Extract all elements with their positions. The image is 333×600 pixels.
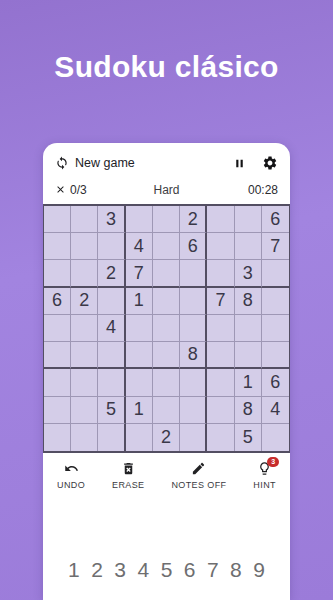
- grid-cell-r3c7[interactable]: [207, 260, 234, 287]
- grid-cell-r2c8[interactable]: [235, 233, 262, 260]
- grid-cell-r1c9[interactable]: 6: [262, 206, 289, 233]
- hint-button[interactable]: 3 HINT: [253, 461, 276, 490]
- grid-cell-r5c9[interactable]: [262, 315, 289, 342]
- grid-cell-r8c5[interactable]: [153, 397, 180, 424]
- numpad-digit-5[interactable]: 5: [161, 555, 173, 585]
- new-game-button[interactable]: New game: [55, 156, 135, 170]
- difficulty-label: Hard: [43, 183, 290, 197]
- undo-label: UNDO: [57, 480, 85, 490]
- grid-cell-r4c9[interactable]: [262, 288, 289, 315]
- grid-cell-r7c3[interactable]: [98, 369, 125, 396]
- grid-cell-r1c6[interactable]: 2: [180, 206, 207, 233]
- grid-cell-r5c4[interactable]: [126, 315, 153, 342]
- grid-cell-r9c5[interactable]: 2: [153, 424, 180, 451]
- grid-cell-r2c9[interactable]: 7: [262, 233, 289, 260]
- game-card: New game 0/3 Hard 00:28 326467: [43, 143, 290, 600]
- undo-button[interactable]: UNDO: [57, 461, 85, 490]
- grid-cell-r3c8[interactable]: 3: [235, 260, 262, 287]
- grid-cell-r4c5[interactable]: [153, 288, 180, 315]
- grid-cell-r2c7[interactable]: [207, 233, 234, 260]
- grid-cell-r9c2[interactable]: [71, 424, 98, 451]
- numpad-digit-6[interactable]: 6: [184, 555, 196, 585]
- grid-cell-r3c9[interactable]: [262, 260, 289, 287]
- new-game-label: New game: [75, 156, 135, 170]
- grid-cell-r4c8[interactable]: 8: [235, 288, 262, 315]
- page-title: Sudoku clásico: [0, 50, 333, 84]
- grid-cell-r8c1[interactable]: [44, 397, 71, 424]
- grid-cell-r8c9[interactable]: 4: [262, 397, 289, 424]
- erase-icon: [121, 461, 136, 476]
- numpad-digit-4[interactable]: 4: [137, 555, 149, 585]
- grid-cell-r8c7[interactable]: [207, 397, 234, 424]
- numpad-digit-3[interactable]: 3: [114, 555, 126, 585]
- grid-cell-r9c8[interactable]: 5: [235, 424, 262, 451]
- grid-cell-r6c7[interactable]: [207, 342, 234, 369]
- grid-cell-r4c7[interactable]: 7: [207, 288, 234, 315]
- grid-cell-r6c6[interactable]: 8: [180, 342, 207, 369]
- grid-cell-r5c3[interactable]: 4: [98, 315, 125, 342]
- grid-cell-r1c7[interactable]: [207, 206, 234, 233]
- grid-cell-r4c3[interactable]: [98, 288, 125, 315]
- grid-cell-r5c1[interactable]: [44, 315, 71, 342]
- grid-cell-r6c8[interactable]: [235, 342, 262, 369]
- grid-cell-r1c8[interactable]: [235, 206, 262, 233]
- grid-cell-r6c3[interactable]: [98, 342, 125, 369]
- grid-cell-r7c9[interactable]: 6: [262, 369, 289, 396]
- sudoku-grid: 326467273621784816518425: [43, 204, 290, 453]
- grid-cell-r4c2[interactable]: 2: [71, 288, 98, 315]
- grid-cell-r1c5[interactable]: [153, 206, 180, 233]
- grid-cell-r9c9[interactable]: [262, 424, 289, 451]
- grid-cell-r6c5[interactable]: [153, 342, 180, 369]
- notes-label: NOTES OFF: [171, 480, 226, 490]
- grid-cell-r1c2[interactable]: [71, 206, 98, 233]
- grid-cell-r3c3[interactable]: 2: [98, 260, 125, 287]
- status-bar: 0/3 Hard 00:28: [43, 179, 290, 200]
- grid-cell-r9c7[interactable]: [207, 424, 234, 451]
- numpad-digit-8[interactable]: 8: [230, 555, 242, 585]
- lightbulb-icon: 3: [257, 461, 272, 476]
- settings-gear-icon[interactable]: [262, 155, 278, 171]
- top-bar: New game: [43, 143, 290, 175]
- hint-count-badge: 3: [267, 457, 279, 467]
- grid-cell-r9c3[interactable]: [98, 424, 125, 451]
- grid-cell-r3c4[interactable]: 7: [126, 260, 153, 287]
- grid-cell-r2c6[interactable]: 6: [180, 233, 207, 260]
- pause-icon[interactable]: [233, 157, 246, 170]
- erase-label: ERASE: [112, 480, 145, 490]
- grid-cell-r3c6[interactable]: [180, 260, 207, 287]
- bottom-toolbar: UNDO ERASE NOTES OFF 3 HINT: [43, 453, 290, 490]
- grid-cell-r6c1[interactable]: [44, 342, 71, 369]
- topbar-actions: [233, 155, 278, 171]
- grid-cell-r3c5[interactable]: [153, 260, 180, 287]
- grid-cell-r2c3[interactable]: [98, 233, 125, 260]
- grid-cell-r3c1[interactable]: [44, 260, 71, 287]
- grid-cell-r9c6[interactable]: [180, 424, 207, 451]
- grid-cell-r1c1[interactable]: [44, 206, 71, 233]
- grid-cell-r5c6[interactable]: [180, 315, 207, 342]
- grid-cell-r2c2[interactable]: [71, 233, 98, 260]
- hint-label: HINT: [253, 480, 276, 490]
- grid-cell-r1c4[interactable]: [126, 206, 153, 233]
- pencil-icon: [191, 461, 206, 476]
- grid-cell-r1c3[interactable]: 3: [98, 206, 125, 233]
- numpad-digit-7[interactable]: 7: [207, 555, 219, 585]
- grid-cell-r5c2[interactable]: [71, 315, 98, 342]
- grid-cell-r8c6[interactable]: [180, 397, 207, 424]
- grid-cell-r8c8[interactable]: 8: [235, 397, 262, 424]
- grid-cell-r5c5[interactable]: [153, 315, 180, 342]
- grid-cell-r8c3[interactable]: 5: [98, 397, 125, 424]
- numpad-digit-1[interactable]: 1: [68, 555, 80, 585]
- grid-cell-r8c2[interactable]: [71, 397, 98, 424]
- grid-cell-r7c1[interactable]: [44, 369, 71, 396]
- notes-toggle-button[interactable]: NOTES OFF: [171, 461, 226, 490]
- grid-cell-r7c2[interactable]: [71, 369, 98, 396]
- undo-icon: [64, 461, 79, 476]
- grid-cell-r2c1[interactable]: [44, 233, 71, 260]
- grid-cell-r6c2[interactable]: [71, 342, 98, 369]
- erase-button[interactable]: ERASE: [112, 461, 145, 490]
- grid-cell-r2c5[interactable]: [153, 233, 180, 260]
- numpad-digit-2[interactable]: 2: [91, 555, 103, 585]
- grid-cell-r7c8[interactable]: 1: [235, 369, 262, 396]
- grid-cell-r9c1[interactable]: [44, 424, 71, 451]
- numpad-digit-9[interactable]: 9: [253, 555, 265, 585]
- grid-cell-r2c4[interactable]: 4: [126, 233, 153, 260]
- grid-cell-r8c4[interactable]: 1: [126, 397, 153, 424]
- grid-cell-r5c7[interactable]: [207, 315, 234, 342]
- grid-cell-r7c4[interactable]: [126, 369, 153, 396]
- grid-cell-r6c9[interactable]: [262, 342, 289, 369]
- number-pad: 123456789: [43, 555, 290, 585]
- grid-cell-r9c4[interactable]: [126, 424, 153, 451]
- grid-cell-r5c8[interactable]: [235, 315, 262, 342]
- grid-cell-r4c4[interactable]: 1: [126, 288, 153, 315]
- grid-cell-r7c7[interactable]: [207, 369, 234, 396]
- grid-cell-r3c2[interactable]: [71, 260, 98, 287]
- grid-cell-r7c5[interactable]: [153, 369, 180, 396]
- grid-cell-r6c4[interactable]: [126, 342, 153, 369]
- grid-cell-r4c6[interactable]: [180, 288, 207, 315]
- grid-cell-r4c1[interactable]: 6: [44, 288, 71, 315]
- grid-cell-r7c6[interactable]: [180, 369, 207, 396]
- app-screen: Sudoku clásico New game: [0, 0, 333, 600]
- sync-icon: [55, 156, 69, 170]
